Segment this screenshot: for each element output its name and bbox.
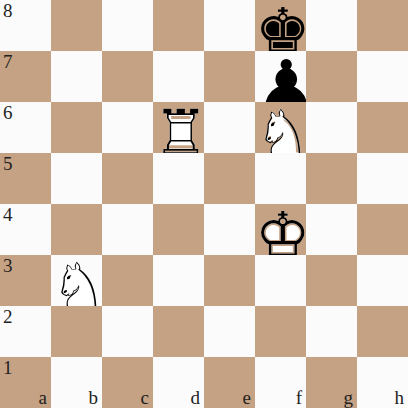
rank-label: 1 [3,358,13,377]
square-d8[interactable] [153,0,204,51]
square-b7[interactable] [51,51,102,102]
square-d2[interactable] [153,306,204,357]
rank-label: 8 [3,1,13,20]
file-label: c [141,388,149,407]
square-h6[interactable] [357,102,408,153]
file-label: a [39,388,47,407]
square-f5[interactable] [255,153,306,204]
square-g1[interactable]: g [306,357,357,408]
square-e7[interactable] [204,51,255,102]
square-e8[interactable] [204,0,255,51]
square-g3[interactable] [306,255,357,306]
square-d1[interactable]: d [153,357,204,408]
square-c7[interactable] [102,51,153,102]
square-b3[interactable]: ♞♘ [51,255,102,306]
file-label: h [395,388,405,407]
square-c2[interactable] [102,306,153,357]
black-pawn[interactable]: ♟ [255,51,306,102]
square-a7[interactable]: 7 [0,51,51,102]
square-h7[interactable] [357,51,408,102]
square-h4[interactable] [357,204,408,255]
rank-label: 3 [3,256,13,275]
square-f6[interactable]: ♞♘ [255,102,306,153]
square-c5[interactable] [102,153,153,204]
square-b1[interactable]: b [51,357,102,408]
square-g7[interactable] [306,51,357,102]
square-b5[interactable] [51,153,102,204]
black-king[interactable]: ♚ [255,0,306,51]
chess-board: 8♚7♟6♜♖♞♘54♚♔3♞♘21abcdefgh [0,0,408,408]
square-e5[interactable] [204,153,255,204]
square-b8[interactable] [51,0,102,51]
square-d5[interactable] [153,153,204,204]
square-g4[interactable] [306,204,357,255]
rank-label: 6 [3,103,13,122]
square-e2[interactable] [204,306,255,357]
rank-label: 2 [3,307,13,326]
square-g6[interactable] [306,102,357,153]
square-f3[interactable] [255,255,306,306]
square-f7[interactable]: ♟ [255,51,306,102]
square-c6[interactable] [102,102,153,153]
square-h2[interactable] [357,306,408,357]
square-c8[interactable] [102,0,153,51]
square-a4[interactable]: 4 [0,204,51,255]
square-f1[interactable]: f [255,357,306,408]
square-g2[interactable] [306,306,357,357]
file-label: e [243,388,251,407]
rank-label: 5 [3,154,13,173]
file-label: g [344,388,354,407]
square-f8[interactable]: ♚ [255,0,306,51]
square-e1[interactable]: e [204,357,255,408]
square-g5[interactable] [306,153,357,204]
square-b4[interactable] [51,204,102,255]
square-g8[interactable] [306,0,357,51]
rank-label: 4 [3,205,13,224]
square-d4[interactable] [153,204,204,255]
square-a2[interactable]: 2 [0,306,51,357]
rank-label: 7 [3,52,13,71]
square-h3[interactable] [357,255,408,306]
white-king[interactable]: ♚♔ [255,204,306,255]
square-a1[interactable]: 1a [0,357,51,408]
white-knight[interactable]: ♞♘ [51,255,102,306]
file-label: f [296,388,302,407]
square-a8[interactable]: 8 [0,0,51,51]
square-d3[interactable] [153,255,204,306]
file-label: b [89,388,99,407]
square-a6[interactable]: 6 [0,102,51,153]
square-a3[interactable]: 3 [0,255,51,306]
square-a5[interactable]: 5 [0,153,51,204]
square-c4[interactable] [102,204,153,255]
square-e4[interactable] [204,204,255,255]
square-d6[interactable]: ♜♖ [153,102,204,153]
square-h5[interactable] [357,153,408,204]
square-e6[interactable] [204,102,255,153]
square-h1[interactable]: h [357,357,408,408]
square-f4[interactable]: ♚♔ [255,204,306,255]
square-f2[interactable] [255,306,306,357]
square-c1[interactable]: c [102,357,153,408]
white-knight[interactable]: ♞♘ [255,102,306,153]
square-h8[interactable] [357,0,408,51]
square-b2[interactable] [51,306,102,357]
square-b6[interactable] [51,102,102,153]
file-label: d [191,388,201,407]
square-d7[interactable] [153,51,204,102]
white-rook[interactable]: ♜♖ [153,102,204,153]
square-e3[interactable] [204,255,255,306]
square-c3[interactable] [102,255,153,306]
